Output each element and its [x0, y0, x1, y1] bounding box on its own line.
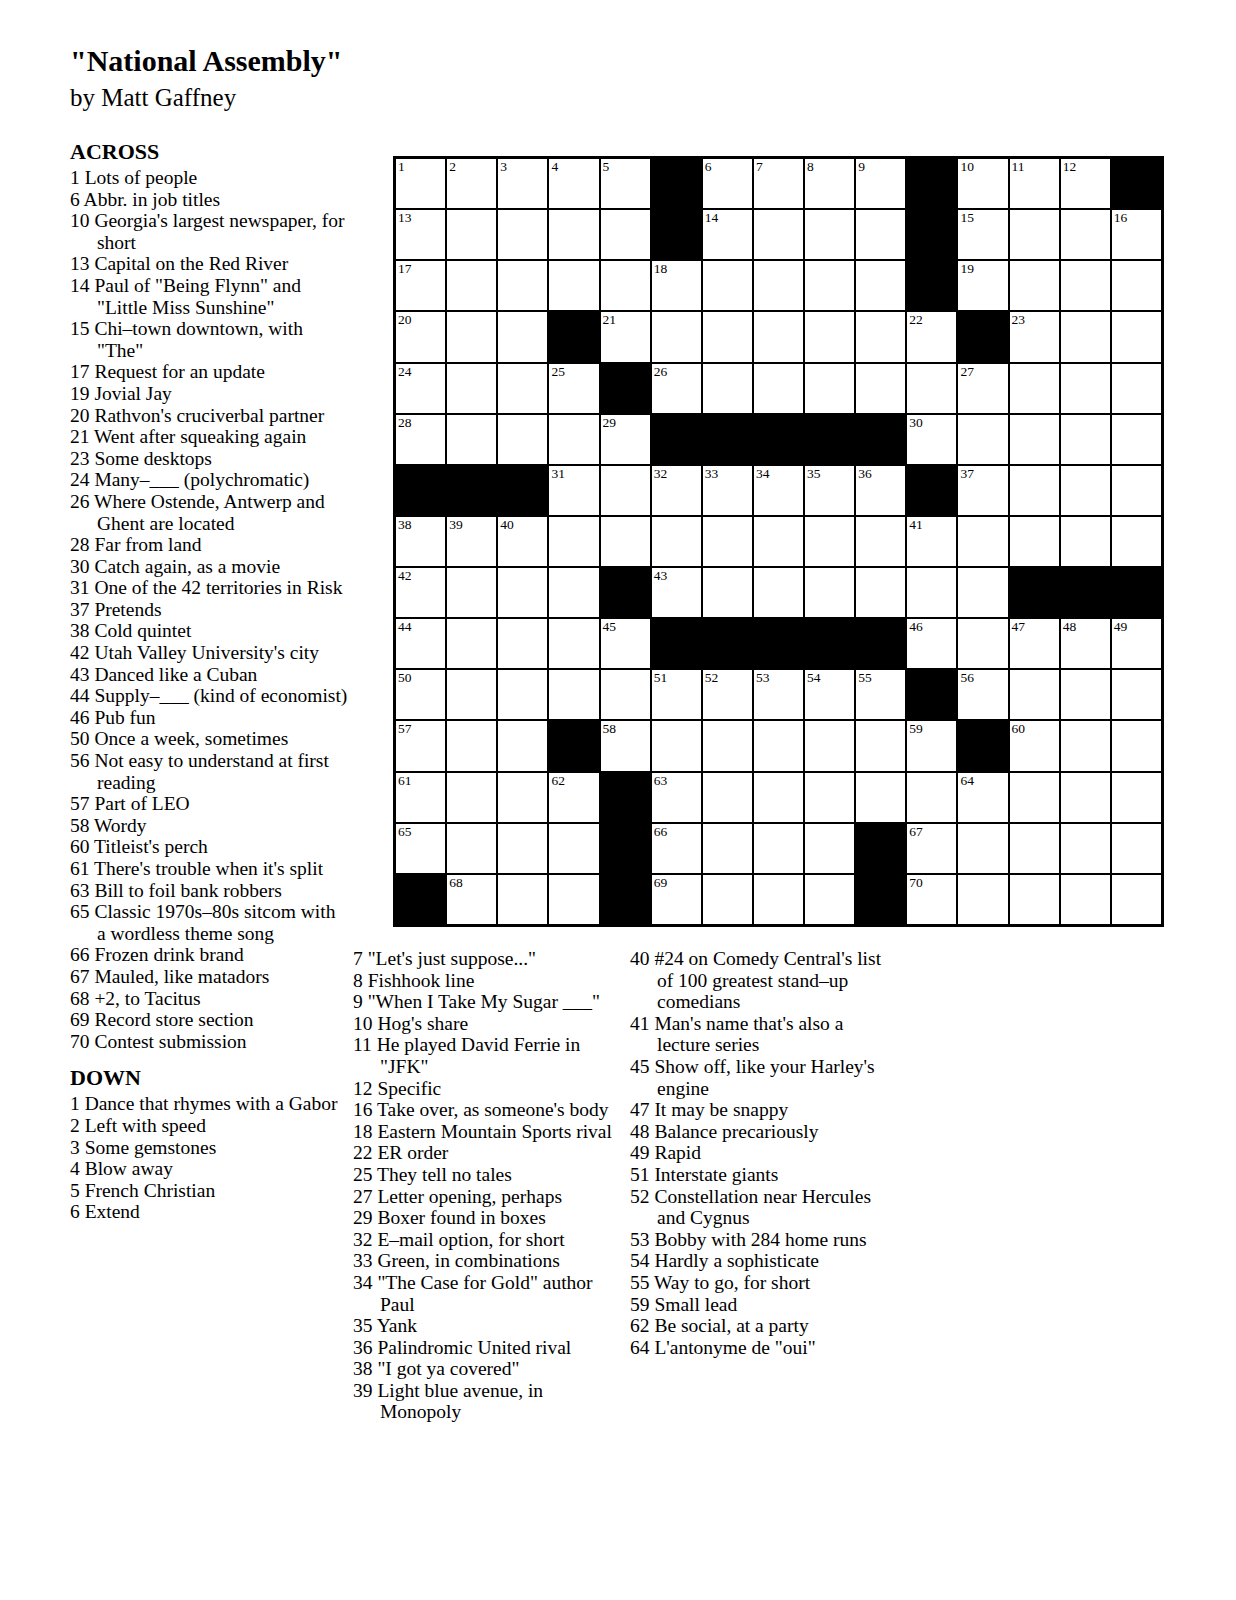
cell-number-62: 62 — [551, 773, 565, 788]
cell-r4c3[interactable] — [498, 312, 547, 361]
cell-r12c11[interactable]: 59 — [907, 721, 956, 770]
cell-r12c4-block — [549, 721, 598, 770]
cell-r9c1[interactable]: 42 — [396, 568, 445, 617]
across-clue-67: 67 Mauled, like matadors — [70, 966, 348, 988]
down-clue-32: 32 E–mail option, for short — [353, 1229, 619, 1251]
cell-r13c10[interactable] — [856, 773, 905, 822]
cell-r12c1[interactable]: 57 — [396, 721, 445, 770]
cell-number-21: 21 — [603, 312, 617, 327]
cell-r10c5[interactable]: 45 — [601, 619, 650, 668]
cell-r6c12[interactable] — [958, 415, 1007, 464]
cell-number-30: 30 — [909, 415, 923, 430]
cell-r12c2[interactable] — [447, 721, 496, 770]
cell-r1c3[interactable]: 3 — [498, 159, 547, 208]
cell-r8c11[interactable]: 41 — [907, 517, 956, 566]
cell-number-35: 35 — [807, 466, 821, 481]
cell-r15c11[interactable]: 70 — [907, 875, 956, 924]
cell-r9c11[interactable] — [907, 568, 956, 617]
cell-r14c1[interactable]: 65 — [396, 824, 445, 873]
cell-r1c12[interactable]: 10 — [958, 159, 1007, 208]
across-clue-56: 56 Not easy to understand at first readi… — [70, 750, 348, 793]
cell-r11c8[interactable]: 53 — [754, 670, 803, 719]
cell-r10c7-block — [703, 619, 752, 668]
cell-r13c4[interactable]: 62 — [549, 773, 598, 822]
cell-r5c3[interactable] — [498, 364, 547, 413]
down-clue-6: 6 Extend — [70, 1201, 348, 1223]
cell-r10c9-block — [805, 619, 854, 668]
cell-r14c7[interactable] — [703, 824, 752, 873]
cell-number-48: 48 — [1063, 619, 1077, 634]
cell-r2c5[interactable] — [601, 210, 650, 259]
down-clue-18: 18 Eastern Mountain Sports rival — [353, 1121, 619, 1143]
cell-r5c6[interactable]: 26 — [652, 364, 701, 413]
cell-r11c7[interactable]: 52 — [703, 670, 752, 719]
cell-r13c12[interactable]: 64 — [958, 773, 1007, 822]
cell-r7c3-block — [498, 466, 547, 515]
down-clue-25: 25 They tell no tales — [353, 1164, 619, 1186]
cell-r12c13[interactable]: 60 — [1010, 721, 1059, 770]
cell-r2c8[interactable] — [754, 210, 803, 259]
cell-number-63: 63 — [654, 773, 668, 788]
cell-r9c2[interactable] — [447, 568, 496, 617]
cell-r7c7[interactable]: 33 — [703, 466, 752, 515]
cell-r8c10[interactable] — [856, 517, 905, 566]
cell-r15c15[interactable] — [1112, 875, 1161, 924]
cell-number-18: 18 — [654, 261, 668, 276]
cell-r7c1-block — [396, 466, 445, 515]
cell-r9c3[interactable] — [498, 568, 547, 617]
cell-r12c7[interactable] — [703, 721, 752, 770]
cell-r1c10[interactable]: 9 — [856, 159, 905, 208]
down-header: DOWN — [70, 1066, 348, 1090]
down-clue-9: 9 "When I Take My Sugar ___" — [353, 991, 619, 1013]
cell-r2c14[interactable] — [1061, 210, 1110, 259]
cell-r2c7[interactable]: 14 — [703, 210, 752, 259]
cell-r8c9[interactable] — [805, 517, 854, 566]
cell-r8c1[interactable]: 38 — [396, 517, 445, 566]
cell-r10c1[interactable]: 44 — [396, 619, 445, 668]
cell-r4c5[interactable]: 21 — [601, 312, 650, 361]
cell-r6c11[interactable]: 30 — [907, 415, 956, 464]
cell-r5c2[interactable] — [447, 364, 496, 413]
across-clue-66: 66 Frozen drink brand — [70, 944, 348, 966]
cell-r7c12[interactable]: 37 — [958, 466, 1007, 515]
down-clue-list-part1: 1 Dance that rhymes with a Gabor2 Left w… — [70, 1093, 348, 1223]
cell-r14c8[interactable] — [754, 824, 803, 873]
cell-r11c10[interactable]: 55 — [856, 670, 905, 719]
down-clue-54: 54 Hardly a sophisticate — [630, 1250, 882, 1272]
cell-r11c5[interactable] — [601, 670, 650, 719]
cell-number-32: 32 — [654, 466, 668, 481]
cell-r12c5[interactable]: 58 — [601, 721, 650, 770]
cell-r6c3[interactable] — [498, 415, 547, 464]
cell-r11c6[interactable]: 51 — [652, 670, 701, 719]
cell-r8c4[interactable] — [549, 517, 598, 566]
cell-r7c14[interactable] — [1061, 466, 1110, 515]
cell-r14c9[interactable] — [805, 824, 854, 873]
cell-r8c13[interactable] — [1010, 517, 1059, 566]
cell-r10c11[interactable]: 46 — [907, 619, 956, 668]
down-clue-41: 41 Man's name that's also a lecture seri… — [630, 1013, 882, 1056]
cell-r5c13[interactable] — [1010, 364, 1059, 413]
across-clue-60: 60 Titleist's perch — [70, 836, 348, 858]
cell-r1c13[interactable]: 11 — [1010, 159, 1059, 208]
cell-r7c10[interactable]: 36 — [856, 466, 905, 515]
down-clue-64: 64 L'antonyme de "oui" — [630, 1337, 882, 1359]
cell-r8c14[interactable] — [1061, 517, 1110, 566]
cell-r13c2[interactable] — [447, 773, 496, 822]
cell-r1c5[interactable]: 5 — [601, 159, 650, 208]
cell-r3c3[interactable] — [498, 261, 547, 310]
across-clue-30: 30 Catch again, as a movie — [70, 556, 348, 578]
cell-r15c7[interactable] — [703, 875, 752, 924]
cell-r12c15[interactable] — [1112, 721, 1161, 770]
cell-number-66: 66 — [654, 824, 668, 839]
cell-r9c7[interactable] — [703, 568, 752, 617]
cell-r11c4[interactable] — [549, 670, 598, 719]
cell-r5c9[interactable] — [805, 364, 854, 413]
across-clue-15: 15 Chi–town downtown, with "The" — [70, 318, 348, 361]
cell-number-43: 43 — [654, 568, 668, 583]
cell-r13c9[interactable] — [805, 773, 854, 822]
cell-r8c12[interactable] — [958, 517, 1007, 566]
cell-r2c2[interactable] — [447, 210, 496, 259]
cell-r6c8-block — [754, 415, 803, 464]
down-clue-2: 2 Left with speed — [70, 1115, 348, 1137]
down-clue-53: 53 Bobby with 284 home runs — [630, 1229, 882, 1251]
cell-r5c10[interactable] — [856, 364, 905, 413]
cell-r3c6[interactable]: 18 — [652, 261, 701, 310]
across-clue-23: 23 Some desktops — [70, 448, 348, 470]
cell-r14c14[interactable] — [1061, 824, 1110, 873]
cell-number-6: 6 — [705, 159, 712, 174]
cell-r13c13[interactable] — [1010, 773, 1059, 822]
cell-r3c2[interactable] — [447, 261, 496, 310]
cell-r10c4[interactable] — [549, 619, 598, 668]
cell-r4c8[interactable] — [754, 312, 803, 361]
cell-r11c2[interactable] — [447, 670, 496, 719]
cell-r11c3[interactable] — [498, 670, 547, 719]
cell-r10c10-block — [856, 619, 905, 668]
cell-r7c13[interactable] — [1010, 466, 1059, 515]
cell-r12c9[interactable] — [805, 721, 854, 770]
cell-r9c10[interactable] — [856, 568, 905, 617]
cell-r2c9[interactable] — [805, 210, 854, 259]
across-clue-37: 37 Pretends — [70, 599, 348, 621]
cell-r5c4[interactable]: 25 — [549, 364, 598, 413]
cell-r8c3[interactable]: 40 — [498, 517, 547, 566]
cell-number-51: 51 — [654, 670, 668, 685]
cell-number-41: 41 — [909, 517, 923, 532]
cell-number-47: 47 — [1012, 619, 1026, 634]
across-clue-10: 10 Georgia's largest newspaper, for shor… — [70, 210, 348, 253]
down-clue-51: 51 Interstate giants — [630, 1164, 882, 1186]
cell-r10c14[interactable]: 48 — [1061, 619, 1110, 668]
across-clue-43: 43 Danced like a Cuban — [70, 664, 348, 686]
puzzle-byline: by Matt Gaffney — [70, 84, 236, 112]
cell-r4c14[interactable] — [1061, 312, 1110, 361]
cell-r3c1[interactable]: 17 — [396, 261, 445, 310]
down-clue-10: 10 Hog's share — [353, 1013, 619, 1035]
cell-r9c4[interactable] — [549, 568, 598, 617]
across-clue-69: 69 Record store section — [70, 1009, 348, 1031]
cell-r13c11[interactable] — [907, 773, 956, 822]
cell-r4c9[interactable] — [805, 312, 854, 361]
cell-r7c8[interactable]: 34 — [754, 466, 803, 515]
cell-r2c15[interactable]: 16 — [1112, 210, 1161, 259]
cell-r13c1[interactable]: 61 — [396, 773, 445, 822]
cell-r4c2[interactable] — [447, 312, 496, 361]
cell-number-28: 28 — [398, 415, 412, 430]
cell-r1c14[interactable]: 12 — [1061, 159, 1110, 208]
cell-r2c4[interactable] — [549, 210, 598, 259]
down-clue-48: 48 Balance precariously — [630, 1121, 882, 1143]
down-clue-59: 59 Small lead — [630, 1294, 882, 1316]
cell-r9c6[interactable]: 43 — [652, 568, 701, 617]
cell-r8c5[interactable] — [601, 517, 650, 566]
cell-r4c13[interactable]: 23 — [1010, 312, 1059, 361]
cell-r12c12-block — [958, 721, 1007, 770]
down-clue-4: 4 Blow away — [70, 1158, 348, 1180]
cell-r14c2[interactable] — [447, 824, 496, 873]
cell-r13c3[interactable] — [498, 773, 547, 822]
cell-r8c15[interactable] — [1112, 517, 1161, 566]
cell-r6c13[interactable] — [1010, 415, 1059, 464]
cell-r8c6[interactable] — [652, 517, 701, 566]
cell-r15c2[interactable]: 68 — [447, 875, 496, 924]
cell-number-3: 3 — [500, 159, 507, 174]
cell-r2c3[interactable] — [498, 210, 547, 259]
cell-r13c8[interactable] — [754, 773, 803, 822]
across-clue-20: 20 Rathvon's cruciverbal partner — [70, 405, 348, 427]
across-clue-61: 61 There's trouble when it's split — [70, 858, 348, 880]
cell-number-56: 56 — [960, 670, 974, 685]
cell-r15c13[interactable] — [1010, 875, 1059, 924]
down-clue-35: 35 Yank — [353, 1315, 619, 1337]
across-clue-19: 19 Jovial Jay — [70, 383, 348, 405]
cell-r12c3[interactable] — [498, 721, 547, 770]
cell-r6c5[interactable]: 29 — [601, 415, 650, 464]
cell-r14c3[interactable] — [498, 824, 547, 873]
cell-r9c5-block — [601, 568, 650, 617]
cell-r2c13[interactable] — [1010, 210, 1059, 259]
cell-r13c6[interactable]: 63 — [652, 773, 701, 822]
cell-r2c1[interactable]: 13 — [396, 210, 445, 259]
cell-r11c9[interactable]: 54 — [805, 670, 854, 719]
cell-r14c12[interactable] — [958, 824, 1007, 873]
cell-r3c12[interactable]: 19 — [958, 261, 1007, 310]
down-clue-29: 29 Boxer found in boxes — [353, 1207, 619, 1229]
cell-r13c15[interactable] — [1112, 773, 1161, 822]
cell-r12c6[interactable] — [652, 721, 701, 770]
cell-r12c10[interactable] — [856, 721, 905, 770]
cell-r11c15[interactable] — [1112, 670, 1161, 719]
cell-r10c12[interactable] — [958, 619, 1007, 668]
cell-r5c14[interactable] — [1061, 364, 1110, 413]
cell-number-27: 27 — [960, 364, 974, 379]
cell-number-59: 59 — [909, 721, 923, 736]
cell-r6c2[interactable] — [447, 415, 496, 464]
cell-r8c8[interactable] — [754, 517, 803, 566]
across-clue-57: 57 Part of LEO — [70, 793, 348, 815]
cell-r15c8[interactable] — [754, 875, 803, 924]
cell-r11c13[interactable] — [1010, 670, 1059, 719]
cell-number-5: 5 — [603, 159, 610, 174]
cell-r3c5[interactable] — [601, 261, 650, 310]
cell-r9c14-block — [1061, 568, 1110, 617]
cell-r1c11-block — [907, 159, 956, 208]
across-header: ACROSS — [70, 140, 348, 164]
cell-r4c10[interactable] — [856, 312, 905, 361]
cell-r1c1[interactable]: 1 — [396, 159, 445, 208]
cell-r14c13[interactable] — [1010, 824, 1059, 873]
cell-r9c8[interactable] — [754, 568, 803, 617]
cell-r1c2[interactable]: 2 — [447, 159, 496, 208]
cell-r5c8[interactable] — [754, 364, 803, 413]
cell-r7c11-block — [907, 466, 956, 515]
cell-number-40: 40 — [500, 517, 514, 532]
cell-r1c9[interactable]: 8 — [805, 159, 854, 208]
cell-r5c1[interactable]: 24 — [396, 364, 445, 413]
cell-number-44: 44 — [398, 619, 412, 634]
cell-r15c9[interactable] — [805, 875, 854, 924]
cell-number-14: 14 — [705, 210, 719, 225]
across-clue-31: 31 One of the 42 territories in Risk — [70, 577, 348, 599]
cell-number-49: 49 — [1114, 619, 1128, 634]
cell-r3c8[interactable] — [754, 261, 803, 310]
cell-number-13: 13 — [398, 210, 412, 225]
cell-r2c6-block — [652, 210, 701, 259]
cell-r14c6[interactable]: 66 — [652, 824, 701, 873]
cell-r15c4[interactable] — [549, 875, 598, 924]
down-clue-52: 52 Constellation near Hercules and Cygnu… — [630, 1186, 882, 1229]
cell-r3c11-block — [907, 261, 956, 310]
cell-r7c6[interactable]: 32 — [652, 466, 701, 515]
cell-number-2: 2 — [449, 159, 456, 174]
cell-r3c9[interactable] — [805, 261, 854, 310]
across-clue-44: 44 Supply–___ (kind of economist) — [70, 685, 348, 707]
cell-number-46: 46 — [909, 619, 923, 634]
down-clue-3: 3 Some gemstones — [70, 1137, 348, 1159]
cell-r2c10[interactable] — [856, 210, 905, 259]
cell-r5c12[interactable]: 27 — [958, 364, 1007, 413]
cell-number-26: 26 — [654, 364, 668, 379]
cell-r7c5[interactable] — [601, 466, 650, 515]
cell-r10c2[interactable] — [447, 619, 496, 668]
cell-r8c7[interactable] — [703, 517, 752, 566]
cell-number-11: 11 — [1012, 159, 1025, 174]
cell-number-67: 67 — [909, 824, 923, 839]
cell-r15c14[interactable] — [1061, 875, 1110, 924]
cell-r3c10[interactable] — [856, 261, 905, 310]
cell-r6c15[interactable] — [1112, 415, 1161, 464]
across-clue-26: 26 Where Ostende, Antwerp and Ghent are … — [70, 491, 348, 534]
cell-number-20: 20 — [398, 312, 412, 327]
cell-r14c5-block — [601, 824, 650, 873]
cell-r8c2[interactable]: 39 — [447, 517, 496, 566]
down-clue-47: 47 It may be snappy — [630, 1099, 882, 1121]
cell-r9c12[interactable] — [958, 568, 1007, 617]
cell-r10c15[interactable]: 49 — [1112, 619, 1161, 668]
cell-r3c15[interactable] — [1112, 261, 1161, 310]
across-clue-28: 28 Far from land — [70, 534, 348, 556]
cell-r3c4[interactable] — [549, 261, 598, 310]
cell-number-69: 69 — [654, 875, 668, 890]
cell-r2c12[interactable]: 15 — [958, 210, 1007, 259]
cell-r1c7[interactable]: 6 — [703, 159, 752, 208]
cell-r7c15[interactable] — [1112, 466, 1161, 515]
cell-r6c1[interactable]: 28 — [396, 415, 445, 464]
cell-r10c3[interactable] — [498, 619, 547, 668]
cell-r3c14[interactable] — [1061, 261, 1110, 310]
cell-r4c6[interactable] — [652, 312, 701, 361]
cell-number-9: 9 — [858, 159, 865, 174]
cell-number-70: 70 — [909, 875, 923, 890]
cell-number-50: 50 — [398, 670, 412, 685]
cell-r5c7[interactable] — [703, 364, 752, 413]
cell-number-31: 31 — [551, 466, 565, 481]
across-clue-1: 1 Lots of people — [70, 167, 348, 189]
cell-r4c1[interactable]: 20 — [396, 312, 445, 361]
cell-r11c14[interactable] — [1061, 670, 1110, 719]
cell-r1c4[interactable]: 4 — [549, 159, 598, 208]
cell-r7c9[interactable]: 35 — [805, 466, 854, 515]
across-clue-17: 17 Request for an update — [70, 361, 348, 383]
down-clue-list-part3: 40 #24 on Comedy Central's list of 100 g… — [630, 948, 882, 1358]
across-clue-50: 50 Once a week, sometimes — [70, 728, 348, 750]
cell-r3c7[interactable] — [703, 261, 752, 310]
cell-r13c7[interactable] — [703, 773, 752, 822]
cell-r2c11-block — [907, 210, 956, 259]
cell-r11c12[interactable]: 56 — [958, 670, 1007, 719]
cell-r15c12[interactable] — [958, 875, 1007, 924]
cell-r7c4[interactable]: 31 — [549, 466, 598, 515]
cell-number-68: 68 — [449, 875, 463, 890]
cell-r3c13[interactable] — [1010, 261, 1059, 310]
cell-r12c14[interactable] — [1061, 721, 1110, 770]
cell-r14c4[interactable] — [549, 824, 598, 873]
down-clue-5: 5 French Christian — [70, 1180, 348, 1202]
cell-r4c15[interactable] — [1112, 312, 1161, 361]
cell-number-1: 1 — [398, 159, 405, 174]
cell-number-58: 58 — [603, 721, 617, 736]
cell-r11c1[interactable]: 50 — [396, 670, 445, 719]
cell-r4c7[interactable] — [703, 312, 752, 361]
cell-r4c11[interactable]: 22 — [907, 312, 956, 361]
cell-r15c3[interactable] — [498, 875, 547, 924]
left-clue-column: ACROSS 1 Lots of people6 Abbr. in job ti… — [70, 140, 348, 1223]
cell-r14c10-block — [856, 824, 905, 873]
cell-number-29: 29 — [603, 415, 617, 430]
cell-r6c14[interactable] — [1061, 415, 1110, 464]
cell-r12c8[interactable] — [754, 721, 803, 770]
cell-r5c15[interactable] — [1112, 364, 1161, 413]
cell-number-42: 42 — [398, 568, 412, 583]
cell-r6c4[interactable] — [549, 415, 598, 464]
cell-r9c9[interactable] — [805, 568, 854, 617]
cell-r15c6[interactable]: 69 — [652, 875, 701, 924]
cell-number-55: 55 — [858, 670, 872, 685]
cell-r5c11[interactable] — [907, 364, 956, 413]
cell-r14c11[interactable]: 67 — [907, 824, 956, 873]
cell-r14c15[interactable] — [1112, 824, 1161, 873]
cell-r10c13[interactable]: 47 — [1010, 619, 1059, 668]
cell-r10c8-block — [754, 619, 803, 668]
cell-r13c14[interactable] — [1061, 773, 1110, 822]
down-clue-1: 1 Dance that rhymes with a Gabor — [70, 1093, 348, 1115]
cell-r1c8[interactable]: 7 — [754, 159, 803, 208]
cell-r9c13-block — [1010, 568, 1059, 617]
